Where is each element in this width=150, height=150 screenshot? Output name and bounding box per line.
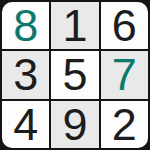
sudoku-cell-r1c2[interactable]: 7: [101, 51, 148, 98]
sudoku-grid: 816357492: [2, 2, 148, 148]
sudoku-board: 816357492: [0, 0, 150, 150]
sudoku-cell-r0c2[interactable]: 6: [101, 2, 148, 49]
sudoku-cell-r0c0[interactable]: 8: [2, 2, 49, 49]
sudoku-cell-r0c1[interactable]: 1: [51, 2, 98, 49]
sudoku-cell-r2c2[interactable]: 2: [101, 101, 148, 148]
sudoku-cell-r2c1[interactable]: 9: [51, 101, 98, 148]
sudoku-cell-r1c0[interactable]: 3: [2, 51, 49, 98]
sudoku-cell-r1c1[interactable]: 5: [51, 51, 98, 98]
sudoku-cell-r2c0[interactable]: 4: [2, 101, 49, 148]
